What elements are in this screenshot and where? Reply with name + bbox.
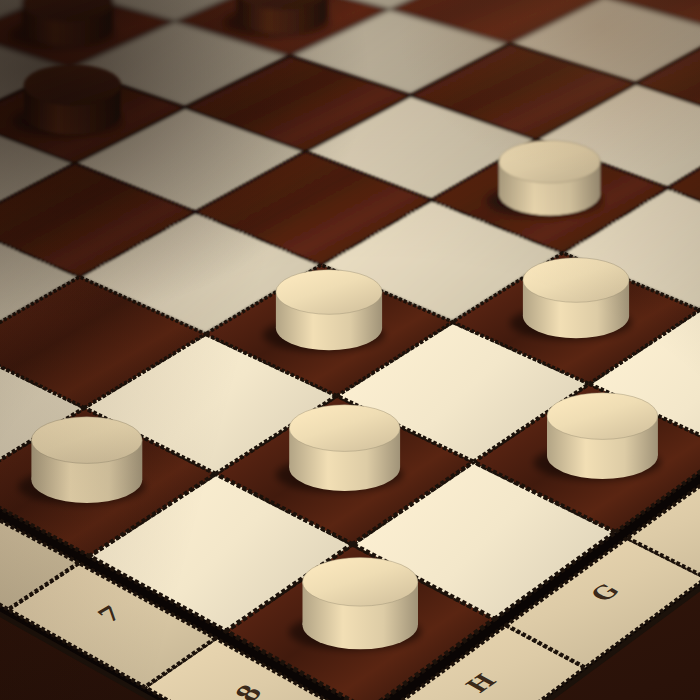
piece-light-f6[interactable] <box>263 270 385 352</box>
piece-dark-c3[interactable] <box>224 0 330 37</box>
board-photo-stage: 87HG <box>0 0 700 700</box>
piece-top <box>276 270 382 315</box>
piece-top <box>303 558 418 607</box>
checkers-board: 87HG <box>0 0 700 700</box>
piece-light-e7[interactable] <box>510 258 632 340</box>
piece-light-h8[interactable] <box>289 558 422 651</box>
piece-light-d6[interactable] <box>486 140 603 217</box>
depth-group-near: 87HG <box>0 241 700 700</box>
piece-top <box>547 393 658 440</box>
piece-dark-d2[interactable] <box>10 0 116 49</box>
piece-light-f8[interactable] <box>534 393 661 481</box>
piece-top <box>31 417 142 464</box>
piece-top <box>523 258 629 303</box>
piece-top <box>24 65 121 106</box>
piece-top <box>289 405 400 452</box>
piece-light-g7[interactable] <box>276 405 403 493</box>
piece-top <box>499 140 601 183</box>
piece-light-h6[interactable] <box>18 417 145 505</box>
